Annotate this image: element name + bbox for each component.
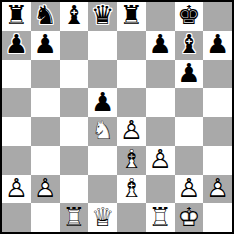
piece-glyph: ♚: [175, 2, 204, 29]
square-h7[interactable]: ♟: [203, 31, 232, 60]
square-a4[interactable]: [2, 117, 31, 146]
piece-black-pawn[interactable]: ♟: [2, 31, 31, 60]
square-c1[interactable]: ♜♖: [60, 203, 89, 232]
piece-white-bishop[interactable]: ♝♗: [117, 175, 146, 204]
square-a5[interactable]: [2, 88, 31, 117]
piece-glyph: ♟: [146, 31, 175, 58]
piece-outline-glyph: ♙: [2, 175, 31, 202]
square-b4[interactable]: [31, 117, 60, 146]
square-h1[interactable]: [203, 203, 232, 232]
square-g4[interactable]: [175, 117, 204, 146]
piece-outline-glyph: ♙: [175, 175, 204, 202]
piece-white-knight[interactable]: ♞♘: [88, 117, 117, 146]
square-b3[interactable]: [31, 146, 60, 175]
square-e7[interactable]: [117, 31, 146, 60]
square-g8[interactable]: ♚: [175, 2, 204, 31]
chess-board: ♜♞♝♛♜♚♟♟♟♝♟♟♟♞♘♟♙♝♗♟♙♟♙♟♙♝♗♟♙♟♙♜♖♛♕♜♖♚♔: [2, 2, 232, 232]
piece-outline-glyph: ♖: [60, 203, 89, 230]
square-b7[interactable]: ♟: [31, 31, 60, 60]
piece-white-rook[interactable]: ♜♖: [146, 203, 175, 232]
square-h3[interactable]: [203, 146, 232, 175]
piece-glyph: ♟: [203, 31, 232, 58]
square-a2[interactable]: ♟♙: [2, 175, 31, 204]
piece-outline-glyph: ♙: [31, 175, 60, 202]
piece-glyph: ♟: [31, 31, 60, 58]
square-d7[interactable]: [88, 31, 117, 60]
piece-white-pawn[interactable]: ♟♙: [146, 146, 175, 175]
square-b2[interactable]: ♟♙: [31, 175, 60, 204]
square-f6[interactable]: [146, 60, 175, 89]
square-h6[interactable]: [203, 60, 232, 89]
piece-glyph: ♛: [88, 2, 117, 29]
square-a3[interactable]: [2, 146, 31, 175]
piece-glyph: ♝: [175, 31, 204, 58]
piece-outline-glyph: ♕: [88, 203, 117, 230]
piece-black-pawn[interactable]: ♟: [31, 31, 60, 60]
square-a8[interactable]: ♜: [2, 2, 31, 31]
piece-white-queen[interactable]: ♛♕: [88, 203, 117, 232]
square-e6[interactable]: [117, 60, 146, 89]
square-f4[interactable]: [146, 117, 175, 146]
piece-outline-glyph: ♘: [88, 117, 117, 144]
piece-black-rook[interactable]: ♜: [117, 2, 146, 31]
square-g3[interactable]: [175, 146, 204, 175]
piece-glyph: ♟: [175, 60, 204, 87]
piece-white-pawn[interactable]: ♟♙: [31, 175, 60, 204]
square-b5[interactable]: [31, 88, 60, 117]
piece-glyph: ♜: [2, 2, 31, 29]
square-f3[interactable]: ♟♙: [146, 146, 175, 175]
square-e3[interactable]: ♝♗: [117, 146, 146, 175]
square-e5[interactable]: [117, 88, 146, 117]
square-d4[interactable]: ♞♘: [88, 117, 117, 146]
square-h8[interactable]: [203, 2, 232, 31]
piece-outline-glyph: ♗: [117, 146, 146, 173]
square-g6[interactable]: ♟: [175, 60, 204, 89]
piece-white-king[interactable]: ♚♔: [175, 203, 204, 232]
piece-black-queen[interactable]: ♛: [88, 2, 117, 31]
square-b8[interactable]: ♞: [31, 2, 60, 31]
piece-white-rook[interactable]: ♜♖: [60, 203, 89, 232]
piece-glyph: ♜: [117, 2, 146, 29]
square-g1[interactable]: ♚♔: [175, 203, 204, 232]
piece-black-pawn[interactable]: ♟: [88, 88, 117, 117]
piece-black-king[interactable]: ♚: [175, 2, 204, 31]
square-h5[interactable]: [203, 88, 232, 117]
piece-white-pawn[interactable]: ♟♙: [175, 175, 204, 204]
square-a7[interactable]: ♟: [2, 31, 31, 60]
square-e2[interactable]: ♝♗: [117, 175, 146, 204]
piece-glyph: ♝: [60, 2, 89, 29]
square-g5[interactable]: [175, 88, 204, 117]
square-d8[interactable]: ♛: [88, 2, 117, 31]
square-f5[interactable]: [146, 88, 175, 117]
piece-black-bishop[interactable]: ♝: [175, 31, 204, 60]
square-d6[interactable]: [88, 60, 117, 89]
piece-black-pawn[interactable]: ♟: [203, 31, 232, 60]
piece-glyph: ♟: [2, 31, 31, 58]
piece-outline-glyph: ♙: [117, 117, 146, 144]
square-f2[interactable]: [146, 175, 175, 204]
piece-glyph: ♟: [88, 88, 117, 115]
piece-outline-glyph: ♙: [203, 175, 232, 202]
square-f1[interactable]: ♜♖: [146, 203, 175, 232]
square-d3[interactable]: [88, 146, 117, 175]
square-c5[interactable]: [60, 88, 89, 117]
square-c2[interactable]: [60, 175, 89, 204]
piece-outline-glyph: ♖: [146, 203, 175, 230]
piece-white-pawn[interactable]: ♟♙: [2, 175, 31, 204]
piece-outline-glyph: ♗: [117, 175, 146, 202]
piece-white-pawn[interactable]: ♟♙: [117, 117, 146, 146]
square-e1[interactable]: [117, 203, 146, 232]
square-c4[interactable]: [60, 117, 89, 146]
piece-black-bishop[interactable]: ♝: [60, 2, 89, 31]
square-c8[interactable]: ♝: [60, 2, 89, 31]
piece-white-bishop[interactable]: ♝♗: [117, 146, 146, 175]
piece-glyph: ♞: [31, 2, 60, 29]
piece-outline-glyph: ♙: [146, 146, 175, 173]
piece-black-rook[interactable]: ♜: [2, 2, 31, 31]
square-f8[interactable]: [146, 2, 175, 31]
piece-outline-glyph: ♔: [175, 203, 204, 230]
square-c7[interactable]: [60, 31, 89, 60]
piece-white-pawn[interactable]: ♟♙: [203, 175, 232, 204]
square-a6[interactable]: [2, 60, 31, 89]
chess-board-frame: ♜♞♝♛♜♚♟♟♟♝♟♟♟♞♘♟♙♝♗♟♙♟♙♟♙♝♗♟♙♟♙♜♖♛♕♜♖♚♔: [0, 0, 234, 234]
square-e4[interactable]: ♟♙: [117, 117, 146, 146]
square-g2[interactable]: ♟♙: [175, 175, 204, 204]
square-c3[interactable]: [60, 146, 89, 175]
square-h2[interactable]: ♟♙: [203, 175, 232, 204]
square-g7[interactable]: ♝: [175, 31, 204, 60]
piece-black-pawn[interactable]: ♟: [146, 31, 175, 60]
square-d2[interactable]: [88, 175, 117, 204]
square-d1[interactable]: ♛♕: [88, 203, 117, 232]
square-h4[interactable]: [203, 117, 232, 146]
square-b6[interactable]: [31, 60, 60, 89]
square-d5[interactable]: ♟: [88, 88, 117, 117]
square-e8[interactable]: ♜: [117, 2, 146, 31]
square-c6[interactable]: [60, 60, 89, 89]
piece-black-knight[interactable]: ♞: [31, 2, 60, 31]
square-a1[interactable]: [2, 203, 31, 232]
piece-black-pawn[interactable]: ♟: [175, 60, 204, 89]
square-f7[interactable]: ♟: [146, 31, 175, 60]
square-b1[interactable]: [31, 203, 60, 232]
